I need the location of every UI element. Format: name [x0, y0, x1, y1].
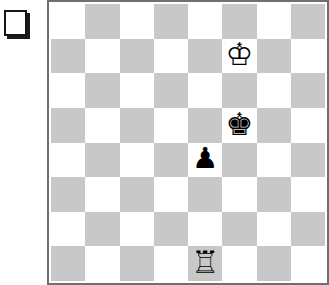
square-b5[interactable] [85, 108, 119, 143]
square-c8[interactable] [120, 4, 154, 39]
square-e1[interactable]: ♖ [188, 246, 222, 281]
square-e2[interactable] [188, 212, 222, 247]
square-d4[interactable] [154, 143, 188, 178]
square-a4[interactable] [51, 143, 85, 178]
square-f3[interactable] [222, 177, 256, 212]
square-e5[interactable] [188, 108, 222, 143]
chess-board: ♔♚♟♖ [47, 0, 329, 285]
square-f4[interactable] [222, 143, 256, 178]
square-g2[interactable] [257, 212, 291, 247]
square-g4[interactable] [257, 143, 291, 178]
square-b4[interactable] [85, 143, 119, 178]
white-rook[interactable]: ♖ [191, 247, 219, 278]
square-f5[interactable]: ♚ [222, 108, 256, 143]
square-g8[interactable] [257, 4, 291, 39]
square-h8[interactable] [291, 4, 325, 39]
square-g6[interactable] [257, 73, 291, 108]
square-g7[interactable] [257, 39, 291, 74]
square-e6[interactable] [188, 73, 222, 108]
square-b3[interactable] [85, 177, 119, 212]
square-h1[interactable] [291, 246, 325, 281]
square-e4[interactable]: ♟ [188, 143, 222, 178]
square-a3[interactable] [51, 177, 85, 212]
square-b1[interactable] [85, 246, 119, 281]
square-h4[interactable] [291, 143, 325, 178]
square-b6[interactable] [85, 73, 119, 108]
square-f6[interactable] [222, 73, 256, 108]
square-d5[interactable] [154, 108, 188, 143]
square-c5[interactable] [120, 108, 154, 143]
square-h5[interactable] [291, 108, 325, 143]
square-h2[interactable] [291, 212, 325, 247]
square-a2[interactable] [51, 212, 85, 247]
square-g5[interactable] [257, 108, 291, 143]
square-f7[interactable]: ♔ [222, 39, 256, 74]
square-h3[interactable] [291, 177, 325, 212]
square-c4[interactable] [120, 143, 154, 178]
square-c3[interactable] [120, 177, 154, 212]
square-a7[interactable] [51, 39, 85, 74]
square-d3[interactable] [154, 177, 188, 212]
square-f2[interactable] [222, 212, 256, 247]
square-c7[interactable] [120, 39, 154, 74]
square-e3[interactable] [188, 177, 222, 212]
square-d8[interactable] [154, 4, 188, 39]
square-d6[interactable] [154, 73, 188, 108]
square-b2[interactable] [85, 212, 119, 247]
square-a5[interactable] [51, 108, 85, 143]
black-pawn[interactable]: ♟ [192, 144, 218, 173]
square-f8[interactable] [222, 4, 256, 39]
square-f1[interactable] [222, 246, 256, 281]
square-b8[interactable] [85, 4, 119, 39]
board-grid: ♔♚♟♖ [51, 4, 325, 281]
black-king[interactable]: ♚ [225, 109, 253, 140]
square-h6[interactable] [291, 73, 325, 108]
square-b7[interactable] [85, 39, 119, 74]
square-d7[interactable] [154, 39, 188, 74]
square-a1[interactable] [51, 246, 85, 281]
square-d1[interactable] [154, 246, 188, 281]
square-d2[interactable] [154, 212, 188, 247]
square-g3[interactable] [257, 177, 291, 212]
square-e7[interactable] [188, 39, 222, 74]
square-a6[interactable] [51, 73, 85, 108]
white-king[interactable]: ♔ [225, 39, 253, 70]
square-c1[interactable] [120, 246, 154, 281]
square-a8[interactable] [51, 4, 85, 39]
square-h7[interactable] [291, 39, 325, 74]
white-to-move-indicator-icon [4, 10, 27, 36]
square-g1[interactable] [257, 246, 291, 281]
square-c6[interactable] [120, 73, 154, 108]
square-c2[interactable] [120, 212, 154, 247]
square-e8[interactable] [188, 4, 222, 39]
